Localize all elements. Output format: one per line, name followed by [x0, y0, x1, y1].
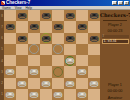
white-man-e1[interactable]: ⛂ [52, 89, 64, 100]
square-a1[interactable]: ⛂ [4, 89, 16, 100]
white-man-d2[interactable]: ⛂ [40, 78, 52, 89]
black-man-b6[interactable]: ⛂ [16, 33, 28, 44]
app-window: Checkers-7 _ □ × Game View Help 87654321… [0, 0, 130, 100]
square-c3[interactable]: ⛂ [28, 66, 40, 77]
square-e3[interactable] [52, 66, 64, 77]
square-d6[interactable]: ⛂ [40, 33, 52, 44]
origin-ring [53, 67, 63, 77]
black-man-e7[interactable]: ⛂ [52, 21, 64, 32]
dest-ring [65, 56, 75, 66]
board-area: 87654321 ⛂⛂⛂⛂⛂⛂⛂⛂⛂⛂⛂⛂⛂⛂⛂⛂⛂⛂⛂⛂⛂⛂⛂⛂ [0, 10, 100, 100]
square-g6[interactable] [76, 33, 88, 44]
square-b8[interactable]: ⛂ [16, 10, 28, 21]
square-a2[interactable] [4, 78, 16, 89]
hint-ring [29, 44, 39, 54]
menu-game[interactable]: Game [2, 6, 11, 10]
square-e5[interactable] [52, 44, 64, 55]
square-h7[interactable] [88, 21, 100, 32]
black-man-b8[interactable]: ⛂ [16, 10, 28, 21]
app-icon [1, 1, 5, 5]
square-a8[interactable] [4, 10, 16, 21]
square-e1[interactable]: ⛂ [52, 89, 64, 100]
square-g3[interactable]: ⛂ [76, 66, 88, 77]
panel-title: Checkers-7 [100, 12, 130, 18]
square-f2[interactable]: ⛂ [64, 78, 76, 89]
square-a6[interactable] [4, 33, 16, 44]
menu-help[interactable]: Help [26, 6, 33, 10]
main-area: 87654321 ⛂⛂⛂⛂⛂⛂⛂⛂⛂⛂⛂⛂⛂⛂⛂⛂⛂⛂⛂⛂⛂⛂⛂⛂ Checke… [0, 10, 130, 100]
square-d7[interactable] [40, 21, 52, 32]
square-f1[interactable] [64, 89, 76, 100]
side-panel: Checkers-7 Player 2 00:00:23 # 1. e3-f4 … [100, 10, 130, 100]
player1-clock: 00:00:00 [100, 89, 130, 93]
square-g4[interactable] [76, 55, 88, 66]
player1-name: Player 1 [100, 83, 130, 87]
square-f3[interactable] [64, 66, 76, 77]
move-list-row-selected[interactable]: 1. e3-f4 [102, 39, 129, 45]
square-e4[interactable] [52, 55, 64, 66]
white-man-a1[interactable]: ⛂ [4, 89, 16, 100]
white-man-c3[interactable]: ⛂ [28, 66, 40, 77]
square-g1[interactable]: ⛂ [76, 89, 88, 100]
square-c2[interactable] [28, 78, 40, 89]
square-c8[interactable] [28, 10, 40, 21]
square-f4[interactable]: ⛂ [64, 55, 76, 66]
square-b6[interactable]: ⛂ [16, 33, 28, 44]
white-man-g3[interactable]: ⛂ [76, 66, 88, 77]
square-f5[interactable] [64, 44, 76, 55]
white-man-c1[interactable]: ⛂ [28, 89, 40, 100]
square-b7[interactable] [16, 21, 28, 32]
square-e2[interactable] [52, 78, 64, 89]
title-divider [103, 20, 127, 21]
white-man-h2[interactable]: ⛂ [88, 78, 100, 89]
square-c7[interactable]: ⛂ [28, 21, 40, 32]
black-man-h6[interactable]: ⛂ [88, 33, 100, 44]
white-man-g1[interactable]: ⛂ [76, 89, 88, 100]
player2-name: Player 2 [100, 23, 130, 27]
square-h4[interactable] [88, 55, 100, 66]
move-text: e3-f4 [108, 39, 117, 43]
square-g5[interactable] [76, 44, 88, 55]
square-f8[interactable]: ⛂ [64, 10, 76, 21]
square-e6[interactable] [52, 33, 64, 44]
black-man-h8[interactable]: ⛂ [88, 10, 100, 21]
square-a3[interactable]: ⛂ [4, 66, 16, 77]
square-d1[interactable] [40, 89, 52, 100]
maximize-button[interactable]: □ [118, 1, 123, 6]
square-b1[interactable] [16, 89, 28, 100]
square-h8[interactable]: ⛂ [88, 10, 100, 21]
menu-view[interactable]: View [15, 6, 22, 10]
square-h1[interactable] [88, 89, 100, 100]
square-b5[interactable] [16, 44, 28, 55]
square-b3[interactable] [16, 66, 28, 77]
square-h2[interactable]: ⛂ [88, 78, 100, 89]
square-h5[interactable] [88, 44, 100, 55]
selected-ring [41, 33, 51, 43]
square-c5[interactable] [28, 44, 40, 55]
square-a7[interactable]: ⛂ [4, 21, 16, 32]
black-man-d8[interactable]: ⛂ [40, 10, 52, 21]
square-b2[interactable]: ⛂ [16, 78, 28, 89]
square-a5[interactable] [4, 44, 16, 55]
player2-clock: 00:00:23 [100, 29, 130, 33]
player1-level: Amateur [100, 96, 130, 100]
white-man-b2[interactable]: ⛂ [16, 78, 28, 89]
square-g8[interactable] [76, 10, 88, 21]
hint-ring [53, 44, 63, 54]
black-man-f8[interactable]: ⛂ [64, 10, 76, 21]
square-c1[interactable]: ⛂ [28, 89, 40, 100]
square-b4[interactable] [16, 55, 28, 66]
white-man-f2[interactable]: ⛂ [64, 78, 76, 89]
square-h6[interactable]: ⛂ [88, 33, 100, 44]
square-f6[interactable]: ⛂ [64, 33, 76, 44]
move-number: 1. [104, 39, 107, 43]
black-man-g7[interactable]: ⛂ [76, 21, 88, 32]
square-c6[interactable] [28, 33, 40, 44]
black-man-f6[interactable]: ⛂ [64, 33, 76, 44]
square-d8[interactable]: ⛂ [40, 10, 52, 21]
square-d4[interactable] [40, 55, 52, 66]
square-a4[interactable] [4, 55, 16, 66]
window-controls: _ □ × [112, 1, 129, 6]
white-man-a3[interactable]: ⛂ [4, 66, 16, 77]
square-d5[interactable] [40, 44, 52, 55]
square-d3[interactable] [40, 66, 52, 77]
square-g7[interactable]: ⛂ [76, 21, 88, 32]
minimize-button[interactable]: _ [112, 1, 117, 6]
close-button[interactable]: × [124, 1, 129, 6]
board-grid: ⛂⛂⛂⛂⛂⛂⛂⛂⛂⛂⛂⛂⛂⛂⛂⛂⛂⛂⛂⛂⛂⛂⛂⛂ [4, 10, 100, 100]
black-man-c7[interactable]: ⛂ [28, 21, 40, 32]
square-h3[interactable] [88, 66, 100, 77]
square-e7[interactable]: ⛂ [52, 21, 64, 32]
square-d2[interactable]: ⛂ [40, 78, 52, 89]
black-man-a7[interactable]: ⛂ [4, 21, 16, 32]
square-g2[interactable] [76, 78, 88, 89]
square-e8[interactable] [52, 10, 64, 21]
square-f7[interactable] [64, 21, 76, 32]
square-c4[interactable] [28, 55, 40, 66]
